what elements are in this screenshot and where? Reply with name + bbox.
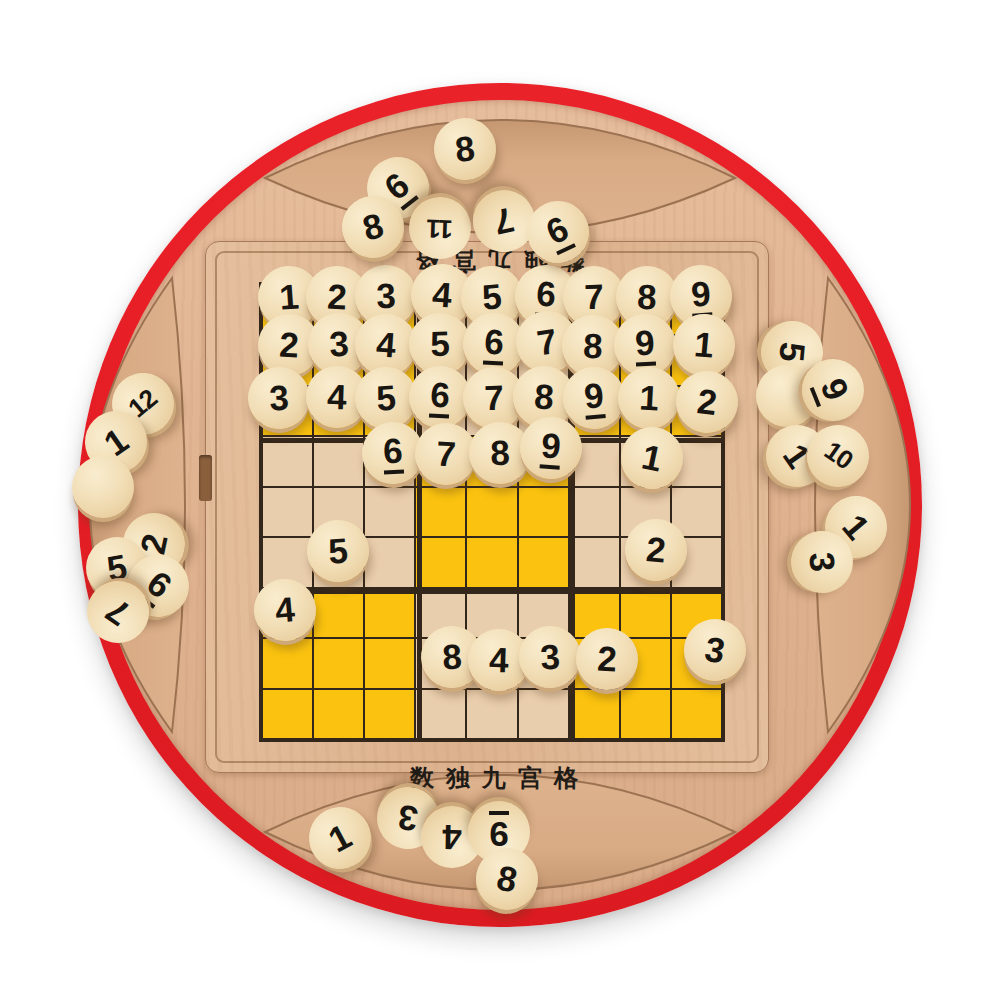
- grid-cell-r9c5[interactable]: [467, 690, 516, 738]
- tile-digit: 3: [803, 551, 842, 574]
- grid-cell-r6c3[interactable]: [365, 538, 414, 586]
- grid-cell-r8c3[interactable]: [365, 639, 414, 687]
- tile-digit: 3: [268, 379, 289, 417]
- tile-digit: 5: [430, 325, 451, 363]
- tile-digit: 1: [639, 438, 666, 478]
- tile-digit: 3: [328, 325, 349, 363]
- blank-tile-left-tray[interactable]: [72, 456, 134, 518]
- grid-cell-r5c5[interactable]: [467, 488, 516, 536]
- grid-cell-r5c4[interactable]: [416, 488, 465, 536]
- tile-digit: 1: [278, 277, 300, 315]
- grid-cell-r9c7[interactable]: [570, 690, 619, 738]
- tile-digit: 3: [702, 630, 728, 670]
- tile-digit: 1: [323, 817, 358, 859]
- tile-digit: 8: [442, 638, 463, 676]
- tile-digit: 4: [274, 591, 297, 630]
- grid-cell-r4c2[interactable]: [314, 437, 363, 485]
- tile-digit: 9: [810, 373, 855, 406]
- grid-cell-r4c1[interactable]: [263, 437, 312, 485]
- grid-cell-r6c7[interactable]: [570, 538, 619, 586]
- tile-digit: 3: [539, 638, 561, 676]
- tile-digit: 3: [396, 798, 420, 837]
- panel-lift-notch[interactable]: [199, 455, 212, 501]
- tile-digit: 5: [327, 532, 349, 570]
- grid-cell-r7c3[interactable]: [365, 589, 414, 637]
- grid-cell-r9c8[interactable]: [621, 690, 670, 738]
- grid-cell-r5c6[interactable]: [519, 488, 568, 536]
- grid-cell-r6c6[interactable]: [519, 538, 568, 586]
- tile-digit: 9: [582, 376, 605, 419]
- tile-digit: 8: [359, 207, 387, 248]
- grid-cell-r9c4[interactable]: [416, 690, 465, 738]
- tile-digit: 1: [639, 379, 660, 417]
- tile-digit: 3: [376, 277, 397, 315]
- tile-digit: 9: [489, 812, 508, 853]
- grid-cell-r9c3[interactable]: [365, 690, 414, 738]
- tile-digit: 6: [483, 323, 505, 365]
- tile-digit: 7: [534, 322, 559, 362]
- tile-digit: 4: [375, 326, 397, 364]
- tile-digit: 9: [635, 324, 657, 366]
- tile-digit: 2: [645, 531, 668, 570]
- tile-digit: 10: [819, 437, 857, 475]
- tile-digit: 2: [695, 382, 719, 421]
- grid-cell-r5c3[interactable]: [365, 488, 414, 536]
- grid-cell-r9c6[interactable]: [519, 690, 568, 738]
- tile-digit: 5: [773, 341, 812, 364]
- tile-digit: 4: [442, 818, 462, 855]
- tile-digit: 11: [427, 214, 453, 243]
- tile-digit: 7: [484, 379, 505, 417]
- sudoku-board-photo: 数独九宫格 数独九宫格 1234567892345678913456789126…: [0, 0, 1000, 1000]
- grid-cell-r9c1[interactable]: [263, 690, 312, 738]
- tile-digit: 7: [583, 278, 604, 316]
- caption-bottom: 数独九宫格: [404, 762, 590, 794]
- grid-cell-r7c8[interactable]: [621, 589, 670, 637]
- tile-digit: 7: [436, 435, 457, 473]
- grid-cell-r7c2[interactable]: [314, 589, 363, 637]
- tile-digit: 2: [596, 640, 617, 678]
- tile-digit: 7: [99, 591, 136, 632]
- grid-cell-r9c2[interactable]: [314, 690, 363, 738]
- tile-digit: 5: [375, 379, 397, 417]
- tile-digit: 9: [690, 274, 712, 316]
- tile-digit: 4: [326, 378, 347, 416]
- grid-cell-r8c2[interactable]: [314, 639, 363, 687]
- tile-digit: 8: [490, 434, 511, 472]
- tile-digit: 6: [383, 432, 405, 474]
- tile-digit: 8: [453, 130, 476, 169]
- tile-digit: 9: [540, 427, 562, 469]
- grid-cell-r5c1[interactable]: [263, 488, 312, 536]
- tile-digit: 4: [431, 275, 453, 313]
- grid-cell-r5c7[interactable]: [570, 488, 619, 536]
- tile-digit: 8: [582, 327, 603, 365]
- tile-digit: 7: [491, 201, 518, 241]
- grid-cell-r8c1[interactable]: [263, 639, 312, 687]
- grid-cell-r6c4[interactable]: [416, 538, 465, 586]
- tile-digit: 2: [278, 326, 299, 364]
- tile-digit: 1: [693, 325, 716, 364]
- tile-digit: 8: [637, 278, 658, 316]
- tile-digit: 6: [541, 209, 576, 254]
- grid-cell-r9c9[interactable]: [672, 690, 721, 738]
- tile-digit: 5: [481, 277, 504, 316]
- tile-digit: 6: [429, 376, 451, 418]
- tile-digit: 8: [533, 378, 555, 416]
- tile-digit: 4: [489, 641, 510, 679]
- tile-digit: 2: [326, 278, 347, 316]
- grid-cell-r6c5[interactable]: [467, 538, 516, 586]
- tile-digit: 8: [494, 859, 521, 899]
